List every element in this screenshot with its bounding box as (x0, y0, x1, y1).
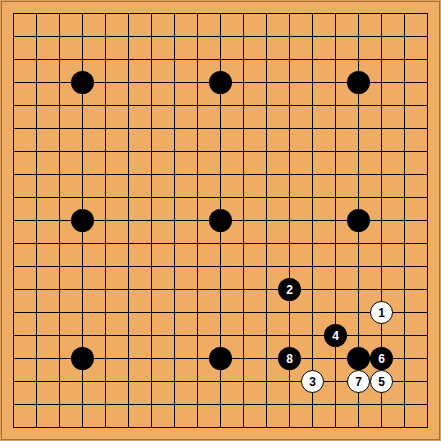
intersection-c6-r2 (117, 25, 140, 48)
intersection-c10-r6 (209, 117, 232, 140)
intersection-c9-r5 (186, 94, 209, 117)
intersection-c19-r19 (416, 416, 439, 439)
intersection-c5-r17 (94, 370, 117, 393)
intersection-c10-r7 (209, 140, 232, 163)
intersection-c16-r13 (347, 278, 370, 301)
intersection-c13-r3 (278, 48, 301, 71)
intersection-c4-r9 (71, 186, 94, 209)
intersection-c19-r17 (416, 370, 439, 393)
black-stone (71, 71, 94, 94)
intersection-c6-r19 (117, 416, 140, 439)
intersection-c8-r8 (163, 163, 186, 186)
intersection-c16-r10 (347, 209, 370, 232)
intersection-c7-r2 (140, 25, 163, 48)
intersection-c19-r9 (416, 186, 439, 209)
intersection-c6-r1 (117, 2, 140, 25)
intersection-c4-r13 (71, 278, 94, 301)
intersection-c1-r4 (2, 71, 25, 94)
intersection-c17-r10 (370, 209, 393, 232)
intersection-c18-r1 (393, 2, 416, 25)
intersection-c17-r2 (370, 25, 393, 48)
intersection-c18-r6 (393, 117, 416, 140)
intersection-c8-r18 (163, 393, 186, 416)
intersection-c14-r18 (301, 393, 324, 416)
intersection-c10-r16 (209, 347, 232, 370)
black-stone (71, 209, 94, 232)
intersection-c6-r13 (117, 278, 140, 301)
intersection-c3-r15 (48, 324, 71, 347)
intersection-c17-r8 (370, 163, 393, 186)
intersection-c12-r4 (255, 71, 278, 94)
intersection-c4-r5 (71, 94, 94, 117)
intersection-c6-r5 (117, 94, 140, 117)
intersection-c8-r13 (163, 278, 186, 301)
intersection-c16-r11 (347, 232, 370, 255)
intersection-c17-r6 (370, 117, 393, 140)
intersection-c8-r3 (163, 48, 186, 71)
intersection-c3-r6 (48, 117, 71, 140)
intersection-c19-r16 (416, 347, 439, 370)
intersection-c4-r3 (71, 48, 94, 71)
intersection-c10-r19 (209, 416, 232, 439)
intersection-c5-r16 (94, 347, 117, 370)
black-stone (347, 71, 370, 94)
intersection-c17-r14: 1 (370, 301, 393, 324)
intersection-c11-r19 (232, 416, 255, 439)
intersection-c10-r9 (209, 186, 232, 209)
white-stone-move-7: 7 (347, 370, 370, 393)
intersection-c10-r5 (209, 94, 232, 117)
intersection-c1-r9 (2, 186, 25, 209)
intersection-c11-r14 (232, 301, 255, 324)
intersection-c8-r7 (163, 140, 186, 163)
intersection-c12-r13 (255, 278, 278, 301)
intersection-c19-r10 (416, 209, 439, 232)
intersection-c15-r3 (324, 48, 347, 71)
intersection-c17-r4 (370, 71, 393, 94)
intersection-c6-r14 (117, 301, 140, 324)
intersection-c11-r1 (232, 2, 255, 25)
intersection-c16-r7 (347, 140, 370, 163)
intersection-c19-r6 (416, 117, 439, 140)
black-stone (209, 347, 232, 370)
intersection-c4-r12 (71, 255, 94, 278)
go-board-grid: 21486375 (1, 1, 440, 440)
intersection-c4-r8 (71, 163, 94, 186)
intersection-c2-r2 (25, 25, 48, 48)
intersection-c15-r9 (324, 186, 347, 209)
intersection-c3-r11 (48, 232, 71, 255)
intersection-c17-r19 (370, 416, 393, 439)
intersection-c16-r14 (347, 301, 370, 324)
intersection-c3-r17 (48, 370, 71, 393)
intersection-c15-r12 (324, 255, 347, 278)
intersection-c16-r16 (347, 347, 370, 370)
intersection-c12-r17 (255, 370, 278, 393)
intersection-c2-r4 (25, 71, 48, 94)
intersection-c11-r13 (232, 278, 255, 301)
intersection-c4-r15 (71, 324, 94, 347)
intersection-c19-r18 (416, 393, 439, 416)
intersection-c1-r15 (2, 324, 25, 347)
intersection-c8-r19 (163, 416, 186, 439)
intersection-c18-r4 (393, 71, 416, 94)
intersection-c1-r12 (2, 255, 25, 278)
intersection-c3-r9 (48, 186, 71, 209)
intersection-c11-r18 (232, 393, 255, 416)
intersection-c6-r6 (117, 117, 140, 140)
intersection-c3-r7 (48, 140, 71, 163)
intersection-c5-r5 (94, 94, 117, 117)
intersection-c8-r15 (163, 324, 186, 347)
intersection-c8-r10 (163, 209, 186, 232)
intersection-c13-r11 (278, 232, 301, 255)
intersection-c6-r16 (117, 347, 140, 370)
intersection-c9-r10 (186, 209, 209, 232)
intersection-c12-r9 (255, 186, 278, 209)
move-number: 8 (286, 353, 293, 365)
intersection-c15-r4 (324, 71, 347, 94)
intersection-c2-r9 (25, 186, 48, 209)
intersection-c18-r5 (393, 94, 416, 117)
intersection-c4-r4 (71, 71, 94, 94)
intersection-c6-r17 (117, 370, 140, 393)
intersection-c16-r9 (347, 186, 370, 209)
black-stone-move-8: 8 (278, 347, 301, 370)
intersection-c8-r17 (163, 370, 186, 393)
intersection-c9-r9 (186, 186, 209, 209)
intersection-c8-r6 (163, 117, 186, 140)
intersection-c19-r2 (416, 25, 439, 48)
intersection-c9-r18 (186, 393, 209, 416)
intersection-c2-r7 (25, 140, 48, 163)
intersection-c9-r2 (186, 25, 209, 48)
intersection-c6-r12 (117, 255, 140, 278)
intersection-c17-r12 (370, 255, 393, 278)
intersection-c4-r1 (71, 2, 94, 25)
intersection-c2-r14 (25, 301, 48, 324)
intersection-c5-r4 (94, 71, 117, 94)
intersection-c13-r4 (278, 71, 301, 94)
intersection-c11-r4 (232, 71, 255, 94)
intersection-c12-r14 (255, 301, 278, 324)
intersection-c14-r13 (301, 278, 324, 301)
intersection-c18-r7 (393, 140, 416, 163)
intersection-c11-r12 (232, 255, 255, 278)
intersection-c18-r2 (393, 25, 416, 48)
intersection-c10-r8 (209, 163, 232, 186)
intersection-c17-r9 (370, 186, 393, 209)
intersection-c16-r19 (347, 416, 370, 439)
intersection-c10-r18 (209, 393, 232, 416)
intersection-c19-r14 (416, 301, 439, 324)
intersection-c15-r8 (324, 163, 347, 186)
intersection-c1-r10 (2, 209, 25, 232)
intersection-c1-r17 (2, 370, 25, 393)
intersection-c12-r8 (255, 163, 278, 186)
intersection-c19-r5 (416, 94, 439, 117)
go-board: 21486375 (0, 0, 441, 441)
intersection-c19-r11 (416, 232, 439, 255)
intersection-c17-r11 (370, 232, 393, 255)
intersection-c4-r7 (71, 140, 94, 163)
intersection-c12-r3 (255, 48, 278, 71)
intersection-c6-r4 (117, 71, 140, 94)
intersection-c1-r1 (2, 2, 25, 25)
intersection-c1-r13 (2, 278, 25, 301)
intersection-c9-r4 (186, 71, 209, 94)
intersection-c18-r12 (393, 255, 416, 278)
intersection-c3-r19 (48, 416, 71, 439)
intersection-c11-r10 (232, 209, 255, 232)
intersection-c7-r3 (140, 48, 163, 71)
intersection-c9-r19 (186, 416, 209, 439)
intersection-c11-r8 (232, 163, 255, 186)
intersection-c4-r2 (71, 25, 94, 48)
intersection-c6-r7 (117, 140, 140, 163)
intersection-c17-r1 (370, 2, 393, 25)
intersection-c15-r16 (324, 347, 347, 370)
black-stone (347, 209, 370, 232)
intersection-c19-r7 (416, 140, 439, 163)
intersection-c11-r5 (232, 94, 255, 117)
intersection-c19-r8 (416, 163, 439, 186)
intersection-c17-r5 (370, 94, 393, 117)
intersection-c17-r16: 6 (370, 347, 393, 370)
intersection-c2-r17 (25, 370, 48, 393)
intersection-c7-r16 (140, 347, 163, 370)
intersection-c11-r15 (232, 324, 255, 347)
intersection-c1-r16 (2, 347, 25, 370)
black-stone (209, 209, 232, 232)
intersection-c19-r12 (416, 255, 439, 278)
intersection-c9-r13 (186, 278, 209, 301)
intersection-c1-r8 (2, 163, 25, 186)
intersection-c13-r19 (278, 416, 301, 439)
intersection-c18-r10 (393, 209, 416, 232)
intersection-c12-r19 (255, 416, 278, 439)
black-stone (71, 347, 94, 370)
intersection-c13-r6 (278, 117, 301, 140)
intersection-c6-r15 (117, 324, 140, 347)
intersection-c7-r12 (140, 255, 163, 278)
intersection-c13-r15 (278, 324, 301, 347)
intersection-c18-r14 (393, 301, 416, 324)
intersection-c13-r18 (278, 393, 301, 416)
intersection-c3-r8 (48, 163, 71, 186)
intersection-c18-r3 (393, 48, 416, 71)
intersection-c14-r1 (301, 2, 324, 25)
intersection-c9-r11 (186, 232, 209, 255)
intersection-c9-r1 (186, 2, 209, 25)
intersection-c5-r10 (94, 209, 117, 232)
intersection-c13-r8 (278, 163, 301, 186)
intersection-c8-r12 (163, 255, 186, 278)
intersection-c14-r17: 3 (301, 370, 324, 393)
intersection-c2-r12 (25, 255, 48, 278)
intersection-c2-r11 (25, 232, 48, 255)
intersection-c10-r2 (209, 25, 232, 48)
intersection-c15-r1 (324, 2, 347, 25)
intersection-c5-r15 (94, 324, 117, 347)
intersection-c19-r13 (416, 278, 439, 301)
white-stone-move-5: 5 (370, 370, 393, 393)
intersection-c15-r19 (324, 416, 347, 439)
intersection-c7-r8 (140, 163, 163, 186)
intersection-c1-r2 (2, 25, 25, 48)
intersection-c8-r1 (163, 2, 186, 25)
intersection-c10-r1 (209, 2, 232, 25)
intersection-c13-r1 (278, 2, 301, 25)
intersection-c10-r11 (209, 232, 232, 255)
black-stone-move-6: 6 (370, 347, 393, 370)
move-number: 7 (355, 376, 362, 388)
intersection-c19-r4 (416, 71, 439, 94)
intersection-c4-r14 (71, 301, 94, 324)
intersection-c1-r5 (2, 94, 25, 117)
intersection-c14-r12 (301, 255, 324, 278)
intersection-c4-r18 (71, 393, 94, 416)
intersection-c14-r10 (301, 209, 324, 232)
intersection-c3-r13 (48, 278, 71, 301)
intersection-c13-r12 (278, 255, 301, 278)
intersection-c14-r7 (301, 140, 324, 163)
move-number: 5 (378, 376, 385, 388)
intersection-c6-r8 (117, 163, 140, 186)
intersection-c9-r12 (186, 255, 209, 278)
intersection-c2-r13 (25, 278, 48, 301)
intersection-c7-r11 (140, 232, 163, 255)
move-number: 2 (286, 284, 293, 296)
intersection-c6-r9 (117, 186, 140, 209)
intersection-c13-r13: 2 (278, 278, 301, 301)
intersection-c17-r13 (370, 278, 393, 301)
intersection-c2-r3 (25, 48, 48, 71)
intersection-c1-r7 (2, 140, 25, 163)
intersection-c7-r17 (140, 370, 163, 393)
intersection-c5-r2 (94, 25, 117, 48)
intersection-c6-r10 (117, 209, 140, 232)
intersection-c14-r5 (301, 94, 324, 117)
intersection-c14-r11 (301, 232, 324, 255)
intersection-c6-r3 (117, 48, 140, 71)
intersection-c16-r4 (347, 71, 370, 94)
intersection-c1-r11 (2, 232, 25, 255)
intersection-c3-r5 (48, 94, 71, 117)
move-number: 1 (378, 307, 385, 319)
black-stone (347, 347, 370, 370)
intersection-c11-r16 (232, 347, 255, 370)
intersection-c15-r13 (324, 278, 347, 301)
intersection-c3-r3 (48, 48, 71, 71)
intersection-c4-r10 (71, 209, 94, 232)
intersection-c14-r6 (301, 117, 324, 140)
intersection-c9-r7 (186, 140, 209, 163)
intersection-c3-r2 (48, 25, 71, 48)
intersection-c1-r18 (2, 393, 25, 416)
intersection-c7-r10 (140, 209, 163, 232)
intersection-c11-r7 (232, 140, 255, 163)
white-stone-move-1: 1 (370, 301, 393, 324)
intersection-c19-r1 (416, 2, 439, 25)
intersection-c3-r16 (48, 347, 71, 370)
intersection-c12-r16 (255, 347, 278, 370)
intersection-c8-r11 (163, 232, 186, 255)
intersection-c3-r14 (48, 301, 71, 324)
intersection-c12-r18 (255, 393, 278, 416)
intersection-c15-r11 (324, 232, 347, 255)
intersection-c15-r10 (324, 209, 347, 232)
intersection-c11-r9 (232, 186, 255, 209)
intersection-c2-r6 (25, 117, 48, 140)
intersection-c17-r3 (370, 48, 393, 71)
intersection-c5-r13 (94, 278, 117, 301)
intersection-c3-r10 (48, 209, 71, 232)
intersection-c8-r9 (163, 186, 186, 209)
intersection-c13-r10 (278, 209, 301, 232)
intersection-c7-r5 (140, 94, 163, 117)
intersection-c12-r6 (255, 117, 278, 140)
intersection-c15-r14 (324, 301, 347, 324)
intersection-c10-r12 (209, 255, 232, 278)
intersection-c15-r7 (324, 140, 347, 163)
intersection-c8-r2 (163, 25, 186, 48)
intersection-c7-r1 (140, 2, 163, 25)
black-stone (209, 71, 232, 94)
intersection-c14-r14 (301, 301, 324, 324)
intersection-c9-r14 (186, 301, 209, 324)
intersection-c11-r17 (232, 370, 255, 393)
intersection-c17-r18 (370, 393, 393, 416)
intersection-c19-r15 (416, 324, 439, 347)
black-stone-move-2: 2 (278, 278, 301, 301)
intersection-c14-r3 (301, 48, 324, 71)
black-stone-move-4: 4 (324, 324, 347, 347)
intersection-c13-r2 (278, 25, 301, 48)
intersection-c4-r19 (71, 416, 94, 439)
intersection-c3-r18 (48, 393, 71, 416)
intersection-c8-r5 (163, 94, 186, 117)
intersection-c9-r16 (186, 347, 209, 370)
intersection-c16-r12 (347, 255, 370, 278)
intersection-c5-r3 (94, 48, 117, 71)
intersection-c18-r16 (393, 347, 416, 370)
intersection-c5-r6 (94, 117, 117, 140)
intersection-c5-r8 (94, 163, 117, 186)
intersection-c13-r14 (278, 301, 301, 324)
intersection-c16-r17: 7 (347, 370, 370, 393)
intersection-c15-r15: 4 (324, 324, 347, 347)
intersection-c8-r4 (163, 71, 186, 94)
intersection-c6-r11 (117, 232, 140, 255)
intersection-c2-r19 (25, 416, 48, 439)
intersection-c18-r13 (393, 278, 416, 301)
intersection-c8-r14 (163, 301, 186, 324)
intersection-c10-r3 (209, 48, 232, 71)
intersection-c18-r9 (393, 186, 416, 209)
intersection-c18-r15 (393, 324, 416, 347)
intersection-c10-r14 (209, 301, 232, 324)
intersection-c14-r19 (301, 416, 324, 439)
intersection-c3-r4 (48, 71, 71, 94)
intersection-c4-r16 (71, 347, 94, 370)
intersection-c13-r16: 8 (278, 347, 301, 370)
intersection-c12-r15 (255, 324, 278, 347)
intersection-c10-r13 (209, 278, 232, 301)
intersection-c9-r8 (186, 163, 209, 186)
intersection-c14-r2 (301, 25, 324, 48)
intersection-c18-r17 (393, 370, 416, 393)
